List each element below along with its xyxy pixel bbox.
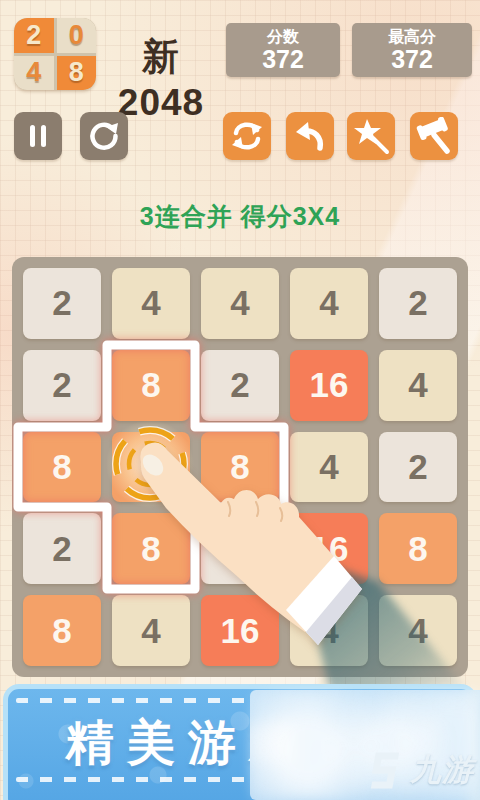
tile-r3c5[interactable]: 2 [379,432,457,503]
shuffle-button[interactable] [223,112,271,160]
frosted-overlay [250,690,480,800]
board-grid: 244422821648884228168841644 [23,268,457,666]
tile-r2c1[interactable]: 2 [23,350,101,421]
score-box: 分数 372 [226,23,340,77]
toolbar [0,112,480,162]
tile-r5c2[interactable]: 4 [112,595,190,666]
tile-r3c2[interactable]: 8 [112,432,190,503]
header: 2 0 4 8 新2048 分数 372 最高分 372 [0,0,480,95]
tile-r3c1[interactable]: 8 [23,432,101,503]
tile-r2c3[interactable]: 2 [201,350,279,421]
app-logo-2048: 2 0 4 8 [14,18,96,90]
pause-button[interactable] [14,112,62,160]
tile-r3c3[interactable]: 8 [201,432,279,503]
best-score-box: 最高分 372 [352,23,472,77]
tile-r2c4[interactable]: 16 [290,350,368,421]
hammer-icon [415,117,453,155]
combo-hint-text: 3连合并 得分3X4 [0,200,480,233]
best-score-label: 最高分 [352,28,472,46]
tile-r5c4[interactable]: 4 [290,595,368,666]
wand-button[interactable] [347,112,395,160]
tile-r1c3[interactable]: 4 [201,268,279,339]
tile-r1c5[interactable]: 2 [379,268,457,339]
tile-r1c2[interactable]: 4 [112,268,190,339]
logo-cell: 8 [57,56,97,91]
tile-r5c3[interactable]: 16 [201,595,279,666]
tile-r2c5[interactable]: 4 [379,350,457,421]
shuffle-icon [229,118,265,154]
hammer-button[interactable] [410,112,458,160]
tile-r3c4[interactable]: 4 [290,432,368,503]
tile-r4c5[interactable]: 8 [379,513,457,584]
tile-r2c2[interactable]: 8 [112,350,190,421]
restart-icon [87,119,121,153]
restart-button[interactable] [80,112,128,160]
tile-r1c4[interactable]: 4 [290,268,368,339]
score-label: 分数 [226,28,340,46]
tile-r5c5[interactable]: 4 [379,595,457,666]
tile-r4c2[interactable]: 8 [112,513,190,584]
logo-cell: 0 [57,18,97,53]
game-board: 244422821648884228168841644 [12,257,468,677]
undo-icon [292,118,328,154]
logo-cell: 4 [14,56,54,91]
page-title: 新2048 [100,32,222,124]
tile-r1c1[interactable]: 2 [23,268,101,339]
best-score-value: 372 [352,46,472,73]
tile-r5c1[interactable]: 8 [23,595,101,666]
score-value: 372 [226,46,340,73]
tile-r4c3[interactable] [201,513,279,584]
tile-r4c1[interactable]: 2 [23,513,101,584]
wand-icon [352,117,390,155]
logo-cell: 2 [14,18,54,53]
undo-button[interactable] [286,112,334,160]
tile-r4c4[interactable]: 16 [290,513,368,584]
pause-icon [23,121,53,151]
